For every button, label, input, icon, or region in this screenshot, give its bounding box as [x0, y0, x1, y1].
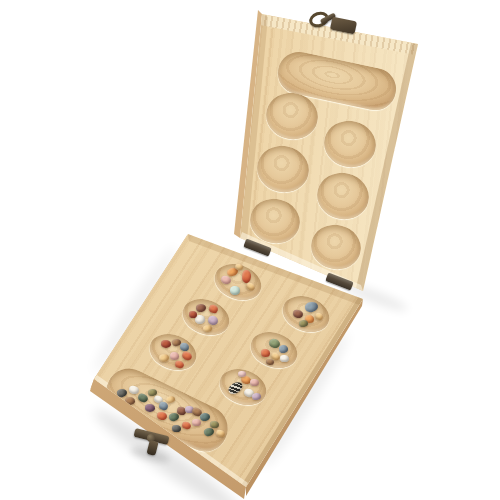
gem-stone-white — [280, 355, 289, 362]
gem-stone-rose — [250, 379, 259, 386]
gem-stone-pink — [238, 371, 246, 377]
gem-stone-lavender — [251, 392, 261, 400]
base-pit-right-3 — [215, 363, 272, 411]
lid-pit-left-2 — [253, 141, 313, 197]
gem-stone-olive — [298, 319, 308, 327]
gem-stone-darkred — [189, 311, 197, 318]
base-right-edge-shade — [0, 0, 500, 500]
lid-pit-right-2 — [313, 168, 373, 224]
base-pit-right-2 — [246, 326, 303, 374]
gem-stone-olive — [210, 421, 219, 428]
gem-stone-darkred — [161, 340, 171, 348]
base-pit-left-2 — [178, 293, 235, 341]
gem-stone-celadon — [230, 286, 240, 295]
gem-stone-rose — [170, 352, 179, 360]
base-hinge-edge-shade — [0, 0, 500, 500]
gem-stone-rose — [192, 419, 201, 426]
base-pit-right-1 — [278, 290, 335, 338]
lid-pit-right-1 — [320, 116, 380, 172]
gem-stone-red — [261, 349, 270, 357]
gem-stone-purple — [145, 404, 155, 412]
base-front-edge-light — [0, 0, 500, 500]
gem-stone-red — [241, 269, 251, 283]
scene — [0, 0, 500, 500]
gem-stone-black — [172, 425, 181, 432]
board-base-face — [0, 0, 500, 500]
